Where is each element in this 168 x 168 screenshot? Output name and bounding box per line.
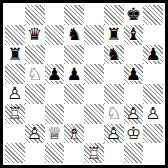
black-pawn: ♟ bbox=[67, 66, 82, 83]
square-g6[interactable] bbox=[124, 45, 144, 65]
black-bishop: ♝ bbox=[126, 26, 141, 43]
square-a6[interactable]: ♜ bbox=[5, 45, 25, 65]
black-pawn: ♟ bbox=[47, 66, 62, 83]
black-knight: ♞ bbox=[67, 26, 82, 43]
white-rook: ♜♖ bbox=[86, 145, 101, 162]
white-pawn: ♟♙ bbox=[7, 85, 22, 102]
black-pawn: ♟ bbox=[146, 46, 161, 63]
square-g4[interactable] bbox=[124, 84, 144, 104]
square-h1[interactable] bbox=[143, 143, 163, 163]
square-b2[interactable]: ♟♙ bbox=[25, 124, 45, 144]
square-c5[interactable]: ♟ bbox=[45, 64, 65, 84]
square-h6[interactable]: ♟ bbox=[143, 45, 163, 65]
square-g7[interactable]: ♝ bbox=[124, 25, 144, 45]
square-a1[interactable] bbox=[5, 143, 25, 163]
square-c8[interactable] bbox=[45, 5, 65, 25]
square-h2[interactable] bbox=[143, 124, 163, 144]
square-c3[interactable] bbox=[45, 104, 65, 124]
square-h7[interactable] bbox=[143, 25, 163, 45]
square-d6[interactable] bbox=[64, 45, 84, 65]
square-g1[interactable] bbox=[124, 143, 144, 163]
square-a2[interactable] bbox=[5, 124, 25, 144]
square-e7[interactable] bbox=[84, 25, 104, 45]
white-pawn: ♟♙ bbox=[27, 125, 42, 142]
square-d4[interactable] bbox=[64, 84, 84, 104]
pawn-glyph: ♙ bbox=[106, 124, 121, 143]
pawn-glyph: ♟ bbox=[146, 45, 161, 64]
square-f7[interactable]: ♜ bbox=[104, 25, 124, 45]
square-b5[interactable]: ♞♘ bbox=[25, 64, 45, 84]
pawn-glyph: ♙ bbox=[146, 104, 161, 123]
knight-glyph: ♞ bbox=[67, 25, 82, 44]
square-g3[interactable]: ♟♙ bbox=[124, 104, 144, 124]
square-h3[interactable]: ♟♙ bbox=[143, 104, 163, 124]
square-d2[interactable]: ♝♗ bbox=[64, 124, 84, 144]
square-b1[interactable] bbox=[25, 143, 45, 163]
square-e3[interactable] bbox=[84, 104, 104, 124]
square-a4[interactable]: ♟♙ bbox=[5, 84, 25, 104]
chess-board: ♚♛♞♜♝♜♞♟♞♘♟♟♟♟♙♜♖♞♘♟♙♟♙♟♙♛♕♝♗♟♙♚♔♜♖ bbox=[5, 5, 163, 163]
rook-glyph: ♜ bbox=[106, 25, 121, 44]
pawn-glyph: ♟ bbox=[47, 64, 62, 83]
rook-glyph: ♖ bbox=[7, 104, 22, 123]
square-f3[interactable]: ♞♘ bbox=[104, 104, 124, 124]
queen-glyph: ♛ bbox=[27, 25, 42, 44]
black-queen: ♛ bbox=[27, 26, 42, 43]
square-h4[interactable] bbox=[143, 84, 163, 104]
chess-diagram-frame: ♚♛♞♜♝♜♞♟♞♘♟♟♟♟♙♜♖♞♘♟♙♟♙♟♙♛♕♝♗♟♙♚♔♜♖ bbox=[0, 0, 168, 168]
black-knight: ♞ bbox=[106, 46, 121, 63]
square-e4[interactable] bbox=[84, 84, 104, 104]
square-c6[interactable] bbox=[45, 45, 65, 65]
square-a5[interactable] bbox=[5, 64, 25, 84]
square-b4[interactable] bbox=[25, 84, 45, 104]
pawn-glyph: ♙ bbox=[27, 124, 42, 143]
square-d8[interactable] bbox=[64, 5, 84, 25]
square-h8[interactable] bbox=[143, 5, 163, 25]
black-rook: ♜ bbox=[106, 26, 121, 43]
square-d7[interactable]: ♞ bbox=[64, 25, 84, 45]
rook-glyph: ♖ bbox=[86, 143, 101, 162]
white-pawn: ♟♙ bbox=[146, 105, 161, 122]
knight-glyph: ♘ bbox=[106, 104, 121, 123]
white-queen: ♛♕ bbox=[47, 125, 62, 142]
square-e1[interactable]: ♜♖ bbox=[84, 143, 104, 163]
square-a7[interactable] bbox=[5, 25, 25, 45]
square-e2[interactable] bbox=[84, 124, 104, 144]
square-b3[interactable] bbox=[25, 104, 45, 124]
square-f4[interactable] bbox=[104, 84, 124, 104]
square-c2[interactable]: ♛♕ bbox=[45, 124, 65, 144]
square-g2[interactable]: ♚♔ bbox=[124, 124, 144, 144]
bishop-glyph: ♗ bbox=[67, 124, 82, 143]
pawn-glyph: ♙ bbox=[7, 84, 22, 103]
white-knight: ♞♘ bbox=[106, 105, 121, 122]
square-c4[interactable] bbox=[45, 84, 65, 104]
black-king: ♚ bbox=[126, 6, 141, 23]
square-b6[interactable] bbox=[25, 45, 45, 65]
square-e6[interactable] bbox=[84, 45, 104, 65]
square-d5[interactable]: ♟ bbox=[64, 64, 84, 84]
white-king: ♚♔ bbox=[126, 125, 141, 142]
king-glyph: ♔ bbox=[126, 124, 141, 143]
pawn-glyph: ♟ bbox=[126, 64, 141, 83]
white-pawn: ♟♙ bbox=[106, 125, 121, 142]
pawn-glyph: ♙ bbox=[126, 104, 141, 123]
square-f8[interactable] bbox=[104, 5, 124, 25]
square-g5[interactable]: ♟ bbox=[124, 64, 144, 84]
square-e5[interactable] bbox=[84, 64, 104, 84]
square-e8[interactable] bbox=[84, 5, 104, 25]
square-c1[interactable] bbox=[45, 143, 65, 163]
black-pawn: ♟ bbox=[126, 66, 141, 83]
square-b7[interactable]: ♛ bbox=[25, 25, 45, 45]
square-h5[interactable] bbox=[143, 64, 163, 84]
square-d1[interactable] bbox=[64, 143, 84, 163]
rook-glyph: ♜ bbox=[7, 45, 22, 64]
square-c7[interactable] bbox=[45, 25, 65, 45]
white-bishop: ♝♗ bbox=[67, 125, 82, 142]
square-d3[interactable] bbox=[64, 104, 84, 124]
square-g8[interactable]: ♚ bbox=[124, 5, 144, 25]
square-b8[interactable] bbox=[25, 5, 45, 25]
white-knight: ♞♘ bbox=[27, 66, 42, 83]
square-a3[interactable]: ♜♖ bbox=[5, 104, 25, 124]
knight-glyph: ♞ bbox=[106, 45, 121, 64]
square-a8[interactable] bbox=[5, 5, 25, 25]
white-rook: ♜♖ bbox=[7, 105, 22, 122]
square-f2[interactable]: ♟♙ bbox=[104, 124, 124, 144]
pawn-glyph: ♟ bbox=[67, 64, 82, 83]
bishop-glyph: ♝ bbox=[126, 25, 141, 44]
queen-glyph: ♕ bbox=[47, 124, 62, 143]
square-f6[interactable]: ♞ bbox=[104, 45, 124, 65]
knight-glyph: ♘ bbox=[27, 64, 42, 83]
black-rook: ♜ bbox=[7, 46, 22, 63]
square-f5[interactable] bbox=[104, 64, 124, 84]
square-f1[interactable] bbox=[104, 143, 124, 163]
white-pawn: ♟♙ bbox=[126, 105, 141, 122]
king-glyph: ♚ bbox=[126, 5, 141, 24]
